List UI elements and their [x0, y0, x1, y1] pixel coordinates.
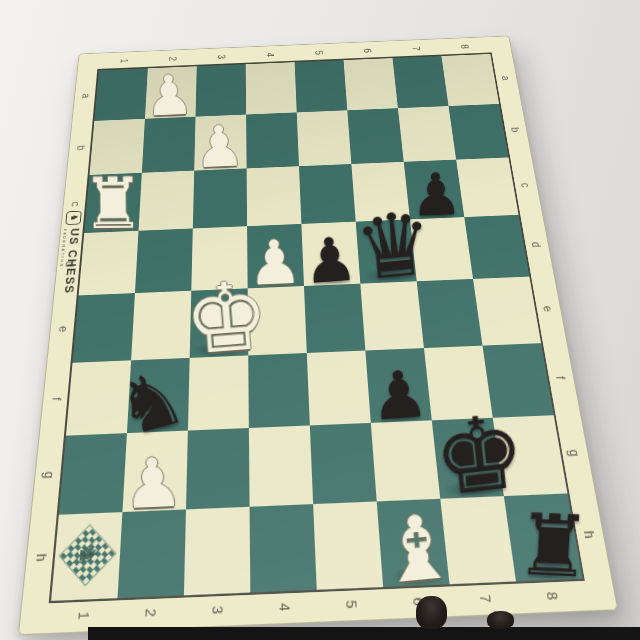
black-queen-glyph: ♛ — [351, 201, 419, 294]
square-b5[interactable] — [297, 110, 352, 166]
coord-right-d: d — [530, 242, 542, 248]
square-c2[interactable] — [139, 171, 195, 231]
square-a2[interactable] — [145, 66, 197, 119]
captured-piece-top-2 — [487, 611, 514, 629]
square-d8[interactable] — [464, 215, 529, 279]
piece-white-bishop-h6[interactable]: ♝ — [375, 501, 453, 597]
square-d1[interactable] — [79, 231, 139, 296]
square-b6[interactable] — [347, 108, 403, 164]
square-a5[interactable] — [295, 60, 348, 112]
square-c3[interactable] — [193, 168, 247, 228]
coord-top-8: 8 — [459, 44, 469, 49]
coord-right-a: a — [500, 76, 511, 81]
square-a8[interactable] — [441, 54, 499, 106]
white-bishop-glyph: ♝ — [374, 503, 453, 598]
coord-top-5: 5 — [314, 50, 324, 55]
piece-black-pawn-d5[interactable]: ♟ — [300, 235, 363, 292]
coord-left-b: b — [75, 145, 86, 150]
white-king-glyph: ♚ — [181, 269, 251, 368]
square-c1[interactable] — [84, 173, 142, 233]
square-c4[interactable] — [247, 166, 302, 226]
coord-top-2: 2 — [168, 56, 178, 61]
table-edge-strip — [88, 627, 640, 640]
piece-black-queen-d6[interactable]: ♛ — [353, 212, 419, 292]
coord-top-1: 1 — [119, 58, 129, 63]
coord-left-d: d — [64, 261, 76, 267]
coord-right-b: b — [509, 127, 520, 132]
vinyl-chessboard-mat: ♞ 1122334455667788aabbccddeeffgghh ♞ US … — [18, 36, 619, 636]
square-a3[interactable] — [196, 64, 247, 116]
square-c8[interactable] — [456, 157, 518, 217]
white-pawn-glyph: ♟ — [117, 448, 188, 519]
square-b2[interactable] — [142, 117, 196, 173]
chessboard-scene: ♞ 1122334455667788aabbccddeeffgghh ♞ US … — [0, 0, 640, 640]
coord-right-c: c — [519, 183, 531, 188]
black-pawn-glyph: ♟ — [298, 228, 363, 293]
square-b7[interactable] — [398, 106, 456, 162]
square-c5[interactable] — [299, 164, 356, 224]
black-pawn-glyph: ♟ — [364, 360, 434, 430]
piece-black-knight-f2[interactable]: ♞ — [124, 365, 191, 441]
square-b1[interactable] — [89, 119, 144, 175]
piece-white-pawn-g2[interactable]: ♟ — [120, 447, 190, 519]
piece-black-rook-h8[interactable]: ♜ — [503, 500, 587, 591]
square-a7[interactable] — [392, 56, 448, 108]
piece-black-king-g7[interactable]: ♚ — [428, 405, 507, 509]
square-a1[interactable] — [94, 68, 147, 121]
square-b3[interactable] — [194, 115, 246, 171]
captured-piece-top-1 — [416, 596, 447, 629]
piece-white-king-e3[interactable]: ♚ — [187, 278, 250, 368]
coord-left-c: c — [70, 201, 81, 206]
piece-black-pawn-f6[interactable]: ♟ — [365, 364, 435, 430]
black-rook-glyph: ♜ — [513, 503, 588, 590]
square-a4[interactable] — [246, 62, 297, 114]
square-b8[interactable] — [449, 104, 509, 160]
square-b4[interactable] — [246, 112, 299, 168]
coord-left-a: a — [81, 93, 91, 98]
coord-top-7: 7 — [411, 46, 421, 51]
square-a6[interactable] — [344, 58, 398, 110]
black-knight-glyph: ♞ — [108, 357, 191, 447]
coord-top-3: 3 — [216, 54, 226, 59]
coord-top-4: 4 — [265, 52, 275, 57]
coord-top-6: 6 — [362, 48, 372, 53]
